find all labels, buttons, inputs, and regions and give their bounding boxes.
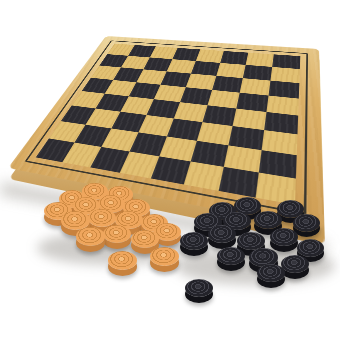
square-g1[interactable]	[219, 167, 259, 198]
checker-dark[interactable]	[208, 225, 236, 243]
checker-dark[interactable]	[257, 264, 285, 282]
checker-light[interactable]	[76, 227, 105, 246]
checker-light[interactable]	[108, 251, 137, 270]
checker-dark[interactable]	[185, 279, 213, 297]
checker-light[interactable]	[103, 225, 131, 243]
checker-light[interactable]	[88, 209, 116, 227]
checker-dark[interactable]	[297, 239, 324, 257]
checker-dark[interactable]	[270, 228, 298, 246]
checker-dark[interactable]	[180, 232, 208, 250]
checker-dark[interactable]	[293, 214, 320, 232]
checker-light[interactable]	[150, 247, 179, 266]
checker-dark[interactable]	[281, 255, 309, 273]
square-f1[interactable]	[184, 161, 224, 190]
checker-dark[interactable]	[254, 211, 282, 229]
board-grid	[36, 44, 301, 205]
photo-scene	[0, 0, 340, 340]
checker-light[interactable]	[131, 230, 159, 248]
checker-dark[interactable]	[217, 247, 245, 265]
